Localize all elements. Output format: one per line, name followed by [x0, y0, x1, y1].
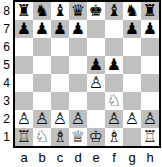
square-b5[interactable]	[33, 56, 51, 74]
square-f2[interactable]: ♙	[105, 110, 123, 128]
square-d7[interactable]: ♟	[69, 20, 87, 38]
square-f4[interactable]	[105, 74, 123, 92]
black-queen: ♛	[71, 2, 85, 20]
square-a3[interactable]	[15, 92, 33, 110]
square-c6[interactable]	[51, 38, 69, 56]
square-a6[interactable]	[15, 38, 33, 56]
square-g1[interactable]	[123, 128, 141, 146]
square-g7[interactable]: ♟	[123, 20, 141, 38]
rank-label-4: 4	[0, 74, 13, 92]
black-king: ♚	[89, 2, 103, 20]
square-a2[interactable]: ♙	[15, 110, 33, 128]
black-pawn: ♟	[89, 56, 103, 74]
white-knight: ♘	[35, 128, 49, 146]
black-rook: ♜	[17, 2, 31, 20]
square-h5[interactable]	[141, 56, 159, 74]
square-g2[interactable]: ♙	[123, 110, 141, 128]
square-h8[interactable]: ♜	[141, 2, 159, 20]
square-c7[interactable]: ♟	[51, 20, 69, 38]
square-g4[interactable]	[123, 74, 141, 92]
square-a5[interactable]	[15, 56, 33, 74]
square-d5[interactable]	[69, 56, 87, 74]
black-pawn: ♟	[71, 20, 85, 38]
rank-label-7: 7	[0, 20, 13, 38]
file-label-b: b	[33, 150, 51, 165]
square-a7[interactable]: ♟	[15, 20, 33, 38]
square-f6[interactable]	[105, 38, 123, 56]
black-pawn: ♟	[17, 20, 31, 38]
square-e8[interactable]: ♚	[87, 2, 105, 20]
square-d2[interactable]: ♙	[69, 110, 87, 128]
square-d6[interactable]	[69, 38, 87, 56]
white-king: ♔	[89, 128, 103, 146]
file-label-d: d	[69, 150, 87, 165]
white-bishop: ♗	[53, 128, 67, 146]
square-e6[interactable]	[87, 38, 105, 56]
square-c8[interactable]: ♝	[51, 2, 69, 20]
rank-label-6: 6	[0, 38, 13, 56]
white-pawn: ♙	[71, 110, 85, 128]
square-h4[interactable]	[141, 74, 159, 92]
square-e1[interactable]: ♔	[87, 128, 105, 146]
square-a1[interactable]: ♖	[15, 128, 33, 146]
rank-label-2: 2	[0, 110, 13, 128]
white-pawn: ♙	[89, 74, 103, 92]
white-rook: ♖	[17, 128, 31, 146]
white-knight: ♘	[107, 92, 121, 110]
square-g3[interactable]	[123, 92, 141, 110]
square-g6[interactable]	[123, 38, 141, 56]
white-pawn: ♙	[17, 110, 31, 128]
white-pawn: ♙	[35, 110, 49, 128]
black-pawn: ♟	[53, 20, 67, 38]
file-label-f: f	[105, 150, 123, 165]
square-d3[interactable]	[69, 92, 87, 110]
square-e3[interactable]	[87, 92, 105, 110]
black-pawn: ♟	[35, 20, 49, 38]
square-g8[interactable]: ♞	[123, 2, 141, 20]
square-b2[interactable]: ♙	[33, 110, 51, 128]
rank-label-8: 8	[0, 2, 13, 20]
white-rook: ♖	[143, 128, 157, 146]
square-h7[interactable]: ♟	[141, 20, 159, 38]
square-d1[interactable]: ♕	[69, 128, 87, 146]
square-c5[interactable]	[51, 56, 69, 74]
square-h2[interactable]: ♙	[141, 110, 159, 128]
white-bishop: ♗	[107, 128, 121, 146]
black-pawn: ♟	[107, 56, 121, 74]
square-a4[interactable]	[15, 74, 33, 92]
square-d4[interactable]	[69, 74, 87, 92]
square-f3[interactable]: ♘	[105, 92, 123, 110]
black-pawn: ♟	[125, 20, 139, 38]
white-pawn: ♙	[107, 110, 121, 128]
rank-label-1: 1	[0, 128, 13, 146]
square-f8[interactable]: ♝	[105, 2, 123, 20]
white-queen: ♕	[71, 128, 85, 146]
square-f1[interactable]: ♗	[105, 128, 123, 146]
rank-labels: 87654321	[0, 0, 13, 148]
white-pawn: ♙	[125, 110, 139, 128]
square-e7[interactable]	[87, 20, 105, 38]
square-g5[interactable]	[123, 56, 141, 74]
file-labels: abcdefgh	[13, 148, 162, 167]
square-e2[interactable]	[87, 110, 105, 128]
rank-label-5: 5	[0, 56, 13, 74]
file-label-h: h	[141, 150, 159, 165]
file-label-a: a	[15, 150, 33, 165]
square-f5[interactable]: ♟	[105, 56, 123, 74]
rank-label-3: 3	[0, 92, 13, 110]
square-b3[interactable]	[33, 92, 51, 110]
square-a8[interactable]: ♜	[15, 2, 33, 20]
black-pawn: ♟	[143, 20, 157, 38]
square-c3[interactable]	[51, 92, 69, 110]
file-label-c: c	[51, 150, 69, 165]
square-d8[interactable]: ♛	[69, 2, 87, 20]
chess-board: ♜♞♝♛♚♝♞♜♟♟♟♟♟♟♟♟♙♘♙♙♙♙♙♙♙♖♘♗♕♔♗♖	[13, 0, 161, 148]
square-h6[interactable]	[141, 38, 159, 56]
black-rook: ♜	[143, 2, 157, 20]
square-b8[interactable]: ♞	[33, 2, 51, 20]
square-c4[interactable]	[51, 74, 69, 92]
chess-diagram: 87654321 ♜♞♝♛♚♝♞♜♟♟♟♟♟♟♟♟♙♘♙♙♙♙♙♙♙♖♘♗♕♔♗…	[0, 0, 162, 167]
square-b7[interactable]: ♟	[33, 20, 51, 38]
square-e5[interactable]: ♟	[87, 56, 105, 74]
file-label-g: g	[123, 150, 141, 165]
square-c2[interactable]: ♙	[51, 110, 69, 128]
white-pawn: ♙	[53, 110, 67, 128]
square-e4[interactable]: ♙	[87, 74, 105, 92]
square-f7[interactable]	[105, 20, 123, 38]
square-h1[interactable]: ♖	[141, 128, 159, 146]
square-b1[interactable]: ♘	[33, 128, 51, 146]
black-knight: ♞	[125, 2, 139, 20]
square-h3[interactable]	[141, 92, 159, 110]
square-b6[interactable]	[33, 38, 51, 56]
black-bishop: ♝	[53, 2, 67, 20]
black-knight: ♞	[35, 2, 49, 20]
white-pawn: ♙	[143, 110, 157, 128]
black-bishop: ♝	[107, 2, 121, 20]
square-c1[interactable]: ♗	[51, 128, 69, 146]
square-b4[interactable]	[33, 74, 51, 92]
file-label-e: e	[87, 150, 105, 165]
